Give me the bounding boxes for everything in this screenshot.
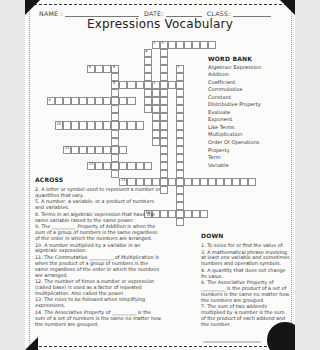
clue-number: 12 — [89, 163, 93, 167]
crossword-cell[interactable] — [111, 146, 119, 154]
crossword-cell[interactable] — [144, 73, 152, 81]
crossword-cell[interactable] — [176, 162, 184, 170]
crossword-cell[interactable] — [176, 202, 184, 210]
across-section: ACROSS 2. A letter or symbol used to rep… — [35, 176, 162, 328]
crossword-cell[interactable] — [136, 81, 144, 89]
crossword-cell[interactable] — [111, 121, 119, 129]
crossword-cell[interactable] — [160, 89, 168, 97]
date-field[interactable] — [166, 9, 202, 17]
crossword-cell[interactable]: 10 — [55, 121, 63, 129]
crossword-cell[interactable]: 7 — [176, 65, 184, 73]
down-section: DOWN 1. To solve for or find the value o… — [201, 232, 290, 329]
crossword-cell[interactable] — [160, 121, 168, 129]
crossword-cell[interactable] — [176, 73, 184, 81]
page-title: Expressions Vocabulary — [25, 17, 295, 31]
crossword-cell[interactable] — [127, 81, 135, 89]
clue-number: 6 — [113, 66, 115, 70]
crossword-cell[interactable] — [200, 210, 208, 218]
crossword-cell[interactable] — [144, 65, 152, 73]
down-clue: 7. The sum of two addends multiplied by … — [201, 304, 290, 328]
crossword-cell[interactable] — [95, 97, 103, 105]
clue-number: 1 — [153, 82, 155, 86]
crossword-cell[interactable] — [111, 105, 119, 113]
crossword-cell[interactable] — [176, 121, 184, 129]
crossword-cell[interactable]: 3 — [160, 41, 168, 49]
copyright-mark — [203, 341, 261, 344]
word-bank-title: WORD BANK — [208, 55, 290, 62]
crossword-cell[interactable] — [160, 154, 168, 162]
crossword-cell[interactable] — [119, 162, 127, 170]
word-bank-item: Addition — [208, 71, 290, 79]
crossword-cell[interactable] — [152, 89, 160, 97]
clue-number: 5 — [89, 66, 91, 70]
word-bank-item: Variable — [208, 162, 290, 170]
crossword-cell[interactable] — [136, 162, 144, 170]
crossword-cell[interactable] — [95, 162, 103, 170]
crossword-cell[interactable] — [119, 146, 127, 154]
crossword-cell[interactable] — [103, 65, 111, 73]
crossword-cell[interactable] — [144, 97, 152, 105]
crossword-cell[interactable]: 11 — [63, 146, 71, 154]
crossword-cell[interactable] — [144, 89, 152, 97]
crossword-cell[interactable] — [160, 138, 168, 146]
crossword-cell[interactable] — [144, 81, 152, 89]
clue-number: 2 — [153, 42, 155, 46]
crossword-cell[interactable] — [160, 130, 168, 138]
crossword-cell[interactable] — [208, 41, 216, 49]
class-field[interactable] — [233, 9, 271, 17]
crossword-cell[interactable] — [144, 105, 152, 113]
crossword-cell[interactable] — [176, 170, 184, 178]
across-clue: 11. The Commutative __________ of Multip… — [35, 255, 162, 279]
class-label: CLASS: — [207, 10, 233, 17]
crossword-cell[interactable] — [160, 105, 168, 113]
crossword-cell[interactable] — [79, 121, 87, 129]
crossword-cell[interactable] — [87, 146, 95, 154]
crossword-cell[interactable] — [176, 178, 184, 186]
crossword-cell[interactable] — [176, 41, 184, 49]
word-bank-item: Term — [208, 154, 290, 162]
crossword-cell[interactable] — [144, 162, 152, 170]
word-bank-list: Algebraic ExpressionAdditionCoefficientC… — [208, 64, 290, 170]
word-bank-item: Commutative — [208, 86, 290, 94]
clue-number: 9 — [49, 99, 51, 103]
crossword-cell[interactable] — [184, 178, 192, 186]
across-clue: 9. The __________ Property of Addition i… — [35, 224, 162, 242]
crossword-cell[interactable] — [160, 73, 168, 81]
name-field[interactable] — [65, 9, 139, 17]
crossword-cell[interactable] — [111, 154, 119, 162]
crossword-cell[interactable]: 1 — [152, 81, 160, 89]
crossword-cell[interactable] — [79, 97, 87, 105]
crossword-cell[interactable] — [55, 97, 63, 105]
crossword-cell[interactable] — [119, 97, 127, 105]
crossword-cell[interactable] — [176, 113, 184, 121]
crossword-cell[interactable] — [63, 121, 71, 129]
crossword-cell[interactable] — [127, 97, 135, 105]
crossword-cell[interactable]: 8 — [111, 81, 119, 89]
across-clue: 2. A letter or symbol used to represent … — [35, 187, 162, 199]
crossword-cell[interactable]: 9 — [47, 97, 55, 105]
across-clue-list: 2. A letter or symbol used to represent … — [35, 187, 162, 328]
crossword-cell[interactable] — [71, 121, 79, 129]
crossword-cell[interactable] — [216, 178, 224, 186]
crossword-cell[interactable] — [152, 113, 160, 121]
across-clue: 13. The rules to be followed when simpli… — [35, 297, 162, 309]
down-clue-list: 1. To solve for or find the value of.3. … — [201, 243, 290, 328]
word-bank-item: Coefficient — [208, 79, 290, 87]
crossword-cell[interactable] — [176, 89, 184, 97]
crossword-cell[interactable] — [192, 210, 200, 218]
corner-top-right — [280, 0, 295, 15]
crossword-cell[interactable] — [192, 178, 200, 186]
down-clue: 6. The Associative Property of _________… — [201, 280, 290, 304]
word-bank-item: Like Terms — [208, 124, 290, 132]
crossword-cell[interactable] — [176, 138, 184, 146]
crossword-cell[interactable] — [176, 146, 184, 154]
crossword-cell[interactable] — [87, 97, 95, 105]
crossword-cell[interactable]: 4 — [144, 49, 152, 57]
word-bank-item: Algebraic Expression — [208, 64, 290, 72]
word-bank-item: Distributive Property — [208, 101, 290, 109]
crossword-cell[interactable] — [95, 65, 103, 73]
clue-number: 3 — [161, 42, 163, 46]
crossword-cell[interactable] — [176, 218, 184, 226]
crossword-cell[interactable] — [152, 138, 160, 146]
word-bank-item: Constant — [208, 94, 290, 102]
crossword-cell[interactable] — [160, 113, 168, 121]
crossword-cell[interactable] — [152, 105, 160, 113]
crossword-cell[interactable] — [79, 146, 87, 154]
word-bank-item: Order Of Operations — [208, 139, 290, 147]
crossword-cell[interactable] — [152, 130, 160, 138]
crossword-cell[interactable] — [168, 210, 176, 218]
crossword-cell[interactable] — [111, 89, 119, 97]
across-clue: 14. The Associative Property of ________… — [35, 310, 162, 328]
crossword-cell[interactable] — [127, 121, 135, 129]
crossword-cell[interactable] — [200, 178, 208, 186]
crossword-cell[interactable] — [200, 41, 208, 49]
crossword-cell[interactable] — [176, 186, 184, 194]
crossword-cell[interactable] — [127, 162, 135, 170]
word-bank-item: Evaluate — [208, 109, 290, 117]
crossword-cell[interactable] — [160, 162, 168, 170]
name-label: NAME : — [39, 10, 65, 17]
crossword-cell[interactable] — [111, 130, 119, 138]
crossword-cell[interactable] — [160, 49, 168, 57]
across-clue: 8. Terms in an algebraic expression that… — [35, 212, 162, 224]
across-clue: 12. The number of times a number or expr… — [35, 279, 162, 297]
crossword-cell[interactable] — [71, 146, 79, 154]
crossword-cell[interactable] — [111, 138, 119, 146]
worksheet-page: NAME : DATE: CLASS: Expressions Vocabula… — [25, 0, 295, 350]
down-title: DOWN — [201, 232, 290, 239]
crossword-cell[interactable] — [184, 210, 192, 218]
crossword-cell[interactable] — [103, 97, 111, 105]
crossword-cell[interactable] — [111, 97, 119, 105]
crossword-cell[interactable] — [87, 121, 95, 129]
crossword-cell[interactable] — [168, 41, 176, 49]
clue-number: 8 — [113, 82, 115, 86]
word-bank: WORD BANK Algebraic ExpressionAdditionCo… — [208, 55, 290, 169]
crossword-cell[interactable] — [184, 41, 192, 49]
crossword-cell[interactable] — [208, 178, 216, 186]
crossword-cell[interactable] — [168, 81, 176, 89]
clue-number: 7 — [177, 66, 179, 70]
crossword-cell[interactable] — [192, 41, 200, 49]
crossword-cell[interactable] — [136, 121, 144, 129]
clue-number: 10 — [57, 123, 61, 127]
crossword-cell[interactable] — [176, 97, 184, 105]
crossword-cell[interactable]: 5 — [87, 65, 95, 73]
down-clue: 3. A mathematical phrase involving at le… — [201, 250, 290, 268]
crossword-cell[interactable] — [103, 162, 111, 170]
crossword-cell[interactable] — [95, 121, 103, 129]
crossword-cell[interactable] — [103, 146, 111, 154]
crossword-cell[interactable] — [152, 97, 160, 105]
corner-bottom-left — [25, 337, 38, 350]
crossword-cell[interactable]: 2 — [152, 41, 160, 49]
crossword-cell[interactable] — [176, 194, 184, 202]
clue-number: 4 — [145, 50, 147, 54]
crossword-cell[interactable] — [176, 210, 184, 218]
crossword-cell[interactable] — [119, 121, 127, 129]
across-clue: 10. A number multiplied by a variable in… — [35, 243, 162, 255]
crossword-cell[interactable] — [111, 162, 119, 170]
crossword-cell[interactable]: 6 — [111, 65, 119, 73]
crossword-cell[interactable] — [160, 81, 168, 89]
corner-top-left — [25, 0, 40, 15]
crossword-cell[interactable] — [63, 97, 71, 105]
crossword-cell[interactable] — [176, 105, 184, 113]
date-label: DATE: — [144, 10, 166, 17]
crossword-cell[interactable] — [152, 121, 160, 129]
crossword-cell[interactable] — [168, 178, 176, 186]
crossword-cell[interactable] — [111, 113, 119, 121]
crossword-cell[interactable] — [160, 57, 168, 65]
crossword-cell[interactable] — [176, 130, 184, 138]
crossword-cell[interactable] — [160, 97, 168, 105]
across-clue: 5. A number, a variable, or a product of… — [35, 199, 162, 211]
across-title: ACROSS — [35, 176, 162, 183]
crossword-cell[interactable]: 12 — [87, 162, 95, 170]
word-bank-item: Exponent — [208, 116, 290, 124]
crossword-cell[interactable] — [160, 146, 168, 154]
word-bank-item: Property — [208, 147, 290, 155]
word-bank-item: Multiplication — [208, 131, 290, 139]
worksheet-header: NAME : DATE: CLASS: — [39, 9, 279, 17]
crossword-cell[interactable] — [176, 154, 184, 162]
crossword-cell[interactable] — [232, 178, 240, 186]
crossword-cell[interactable] — [119, 81, 127, 89]
crossword-cell[interactable] — [144, 57, 152, 65]
crossword-cell[interactable] — [160, 65, 168, 73]
crossword-cell[interactable] — [111, 73, 119, 81]
crossword-cell[interactable] — [176, 81, 184, 89]
crossword-cell[interactable] — [248, 178, 256, 186]
down-clue: 4. A quantity that does not change its v… — [201, 268, 290, 280]
crossword-cell[interactable] — [240, 178, 248, 186]
clue-number: 11 — [65, 147, 69, 151]
crossword-cell[interactable] — [103, 121, 111, 129]
crossword-cell[interactable] — [95, 146, 103, 154]
crossword-cell[interactable] — [71, 97, 79, 105]
crossword-cell[interactable] — [224, 178, 232, 186]
